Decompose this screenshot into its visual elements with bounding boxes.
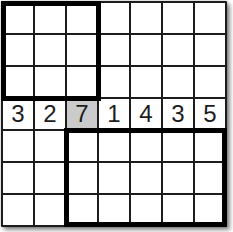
cell-r6c6 [163, 163, 193, 193]
cell-r3c1 [3, 67, 33, 97]
cell-r1c6 [163, 3, 193, 33]
puzzle-board: 3271435 [1, 1, 227, 227]
cell-r3c7 [195, 67, 225, 97]
cell-r6c2 [35, 163, 65, 193]
cell-r4c1: 3 [3, 99, 33, 129]
cell-r7c6 [163, 195, 193, 225]
cell-r4c3: 7 [67, 99, 97, 129]
cell-r7c7 [195, 195, 225, 225]
cell-r2c6 [163, 35, 193, 65]
cell-r1c7 [195, 3, 225, 33]
cell-r2c7 [195, 35, 225, 65]
cell-r7c1 [3, 195, 33, 225]
cell-r3c2 [35, 67, 65, 97]
cell-r7c2 [35, 195, 65, 225]
cell-r3c3 [67, 67, 97, 97]
cell-r5c3 [67, 131, 97, 161]
cell-r4c4: 1 [99, 99, 129, 129]
cell-r6c4 [99, 163, 129, 193]
cell-r6c1 [3, 163, 33, 193]
cell-r4c2: 2 [35, 99, 65, 129]
cell-r7c5 [131, 195, 161, 225]
cell-r6c3 [67, 163, 97, 193]
cell-r7c4 [99, 195, 129, 225]
cell-r5c1 [3, 131, 33, 161]
cell-r1c5 [131, 3, 161, 33]
cell-r5c7 [195, 131, 225, 161]
cell-r4c5: 4 [131, 99, 161, 129]
cell-r3c4 [99, 67, 129, 97]
cell-r1c2 [35, 3, 65, 33]
cell-r4c7: 5 [195, 99, 225, 129]
cell-r5c5 [131, 131, 161, 161]
cell-r2c3 [67, 35, 97, 65]
cell-r5c4 [99, 131, 129, 161]
cell-r6c7 [195, 163, 225, 193]
cell-r3c5 [131, 67, 161, 97]
cell-r2c4 [99, 35, 129, 65]
cell-r6c5 [131, 163, 161, 193]
cell-r1c4 [99, 3, 129, 33]
cell-r2c2 [35, 35, 65, 65]
cell-r5c6 [163, 131, 193, 161]
cell-r1c3 [67, 3, 97, 33]
cell-r2c1 [3, 35, 33, 65]
cell-r7c3 [67, 195, 97, 225]
cell-r4c6: 3 [163, 99, 193, 129]
cell-r2c5 [131, 35, 161, 65]
cell-r5c2 [35, 131, 65, 161]
cell-r1c1 [3, 3, 33, 33]
puzzle-figure: 3271435 [0, 0, 233, 232]
cell-r3c6 [163, 67, 193, 97]
